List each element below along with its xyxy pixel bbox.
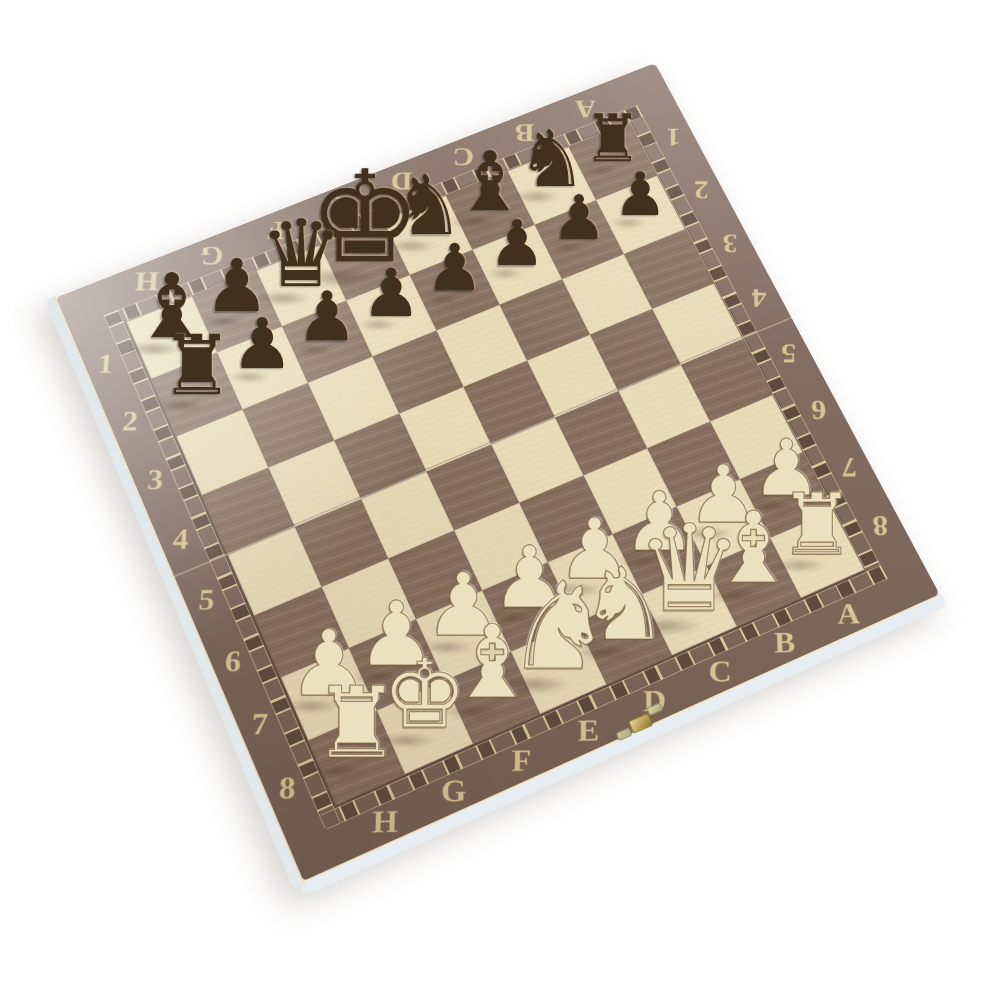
file-label-far-b: B	[505, 104, 544, 162]
chess-set-photo: A1A1B2B2C3C3D4D4E5E5F6F6G7G7H8H8 ♜♞♝♞♚♛♟…	[0, 0, 1000, 1000]
rank-label-far-7: 7	[814, 448, 885, 487]
file-label-far-a: A	[566, 80, 605, 137]
rank-label-far-1: 1	[640, 120, 707, 154]
file-label-far-d: D	[381, 151, 422, 210]
rank-label-far-6: 6	[784, 391, 854, 429]
file-label-far-e: E	[318, 176, 360, 236]
rank-label-far-5: 5	[754, 335, 823, 372]
rank-label-far-4: 4	[725, 280, 794, 316]
rank-label-far-2: 2	[668, 172, 735, 207]
chess-board: A1A1B2B2C3C3D4D4E5E5F6F6G7G7H8H8	[55, 63, 940, 882]
file-label-far-f: F	[254, 200, 297, 260]
rank-label-far-8: 8	[845, 506, 917, 545]
file-label-far-g: G	[190, 225, 234, 286]
file-label-far-h: H	[125, 250, 170, 312]
rank-label-far-3: 3	[696, 226, 764, 262]
board-grid	[127, 123, 864, 805]
file-label-far-c: C	[443, 127, 483, 186]
